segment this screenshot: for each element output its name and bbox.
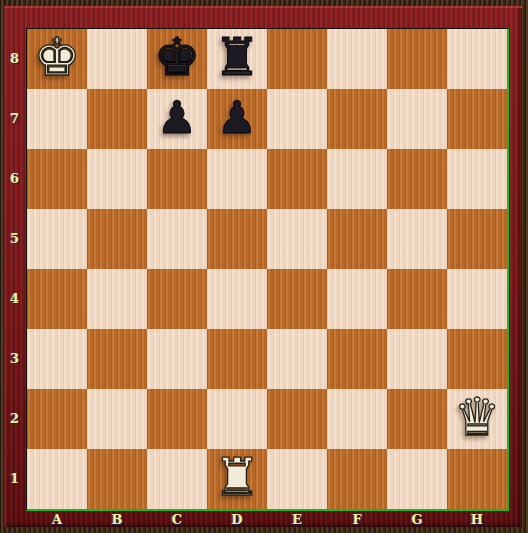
square-b3[interactable] xyxy=(87,329,147,389)
square-g6[interactable] xyxy=(387,149,447,209)
square-g3[interactable] xyxy=(387,329,447,389)
square-c3[interactable] xyxy=(147,329,207,389)
square-g7[interactable] xyxy=(387,89,447,149)
square-a3[interactable] xyxy=(27,329,87,389)
square-g8[interactable] xyxy=(387,29,447,89)
black-pawn-d7[interactable]: ♟ xyxy=(217,95,257,140)
square-g1[interactable] xyxy=(387,449,447,509)
square-a8[interactable]: ♚ xyxy=(27,29,87,89)
square-h5[interactable] xyxy=(447,209,507,269)
square-e3[interactable] xyxy=(267,329,327,389)
black-rook-d8[interactable]: ♜ xyxy=(214,31,261,83)
square-f7[interactable] xyxy=(327,89,387,149)
square-g2[interactable] xyxy=(387,389,447,449)
square-a2[interactable] xyxy=(27,389,87,449)
square-c1[interactable] xyxy=(147,449,207,509)
square-h1[interactable] xyxy=(447,449,507,509)
square-f8[interactable] xyxy=(327,29,387,89)
square-e7[interactable] xyxy=(267,89,327,149)
square-a7[interactable] xyxy=(27,89,87,149)
square-d4[interactable] xyxy=(207,269,267,329)
black-pawn-c7[interactable]: ♟ xyxy=(157,95,197,140)
square-e8[interactable] xyxy=(267,29,327,89)
square-d8[interactable]: ♜ xyxy=(207,29,267,89)
white-rook-d1[interactable]: ♜ xyxy=(214,451,261,503)
square-f4[interactable] xyxy=(327,269,387,329)
square-f6[interactable] xyxy=(327,149,387,209)
black-king-c8[interactable]: ♚ xyxy=(154,31,201,83)
square-e2[interactable] xyxy=(267,389,327,449)
square-h8[interactable] xyxy=(447,29,507,89)
square-d7[interactable]: ♟ xyxy=(207,89,267,149)
square-d3[interactable] xyxy=(207,329,267,389)
square-c4[interactable] xyxy=(147,269,207,329)
square-d6[interactable] xyxy=(207,149,267,209)
square-b6[interactable] xyxy=(87,149,147,209)
white-king-a8[interactable]: ♚ xyxy=(34,31,81,83)
square-c5[interactable] xyxy=(147,209,207,269)
square-h3[interactable] xyxy=(447,329,507,389)
square-d2[interactable] xyxy=(207,389,267,449)
square-b2[interactable] xyxy=(87,389,147,449)
square-b4[interactable] xyxy=(87,269,147,329)
square-e4[interactable] xyxy=(267,269,327,329)
square-g5[interactable] xyxy=(387,209,447,269)
square-d5[interactable] xyxy=(207,209,267,269)
chess-board[interactable]: ♚♚♜♟♟♛♜ xyxy=(26,28,509,511)
square-b1[interactable] xyxy=(87,449,147,509)
square-f1[interactable] xyxy=(327,449,387,509)
square-f5[interactable] xyxy=(327,209,387,269)
square-e6[interactable] xyxy=(267,149,327,209)
square-d1[interactable]: ♜ xyxy=(207,449,267,509)
square-f2[interactable] xyxy=(327,389,387,449)
square-c6[interactable] xyxy=(147,149,207,209)
square-a5[interactable] xyxy=(27,209,87,269)
square-h4[interactable] xyxy=(447,269,507,329)
chess-app-window: ♚♚♜♟♟♛♜ 8 7 6 5 4 3 2 1 A B C D E F G H xyxy=(0,0,528,533)
square-c7[interactable]: ♟ xyxy=(147,89,207,149)
square-c8[interactable]: ♚ xyxy=(147,29,207,89)
square-b8[interactable] xyxy=(87,29,147,89)
square-h7[interactable] xyxy=(447,89,507,149)
square-h6[interactable] xyxy=(447,149,507,209)
square-b7[interactable] xyxy=(87,89,147,149)
square-g4[interactable] xyxy=(387,269,447,329)
square-e1[interactable] xyxy=(267,449,327,509)
square-h2[interactable]: ♛ xyxy=(447,389,507,449)
square-c2[interactable] xyxy=(147,389,207,449)
square-a4[interactable] xyxy=(27,269,87,329)
square-a6[interactable] xyxy=(27,149,87,209)
square-e5[interactable] xyxy=(267,209,327,269)
white-queen-h2[interactable]: ♛ xyxy=(454,391,501,443)
square-b5[interactable] xyxy=(87,209,147,269)
square-f3[interactable] xyxy=(327,329,387,389)
square-a1[interactable] xyxy=(27,449,87,509)
